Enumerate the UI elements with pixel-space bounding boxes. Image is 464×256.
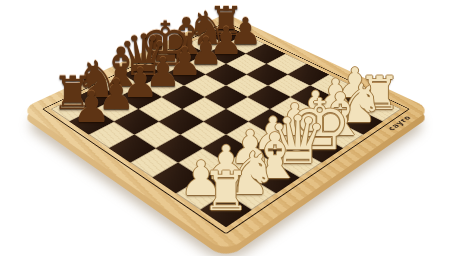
board-top-layer: cayro: [81, 0, 371, 254]
board-frame-line: [42, 22, 410, 234]
board-frame: cayro: [21, 13, 431, 252]
product-photo: cayro ♜♞♝♛♚♝♞♜♟♟♟♟♟♟♟♟♟♟♟♟♟♟♟♟♜♞♝♛♚♝♞♜: [0, 0, 464, 256]
playing-grid: [51, 25, 402, 227]
